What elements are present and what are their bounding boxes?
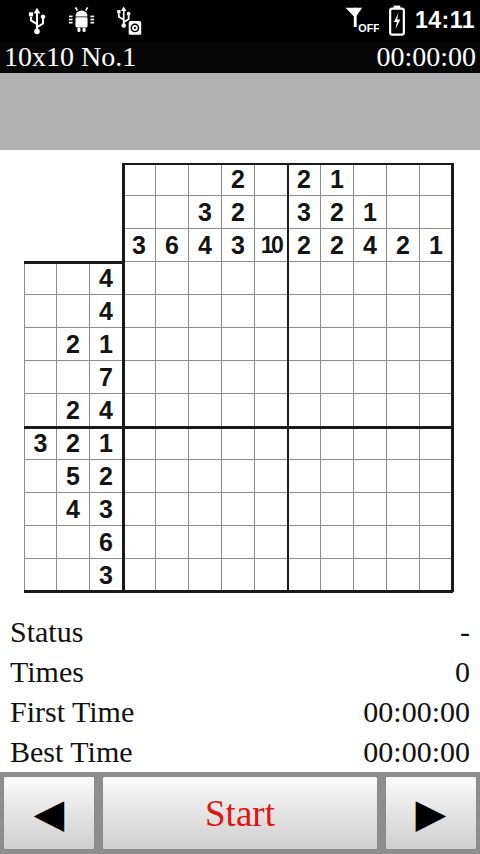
col-clue-cell xyxy=(420,196,453,229)
board-cell[interactable] xyxy=(189,427,222,460)
board-cell[interactable] xyxy=(222,427,255,460)
board-cell[interactable] xyxy=(123,493,156,526)
app-screen: OFF 14:11 10x10 No.1 00:00:00 2213232136… xyxy=(0,0,480,854)
col-clue-cell: 2 xyxy=(222,196,255,229)
board-cell[interactable] xyxy=(255,460,288,493)
board-cell[interactable] xyxy=(387,559,420,592)
board-cell[interactable] xyxy=(387,328,420,361)
board-cell[interactable] xyxy=(222,559,255,592)
status-bar: OFF 14:11 xyxy=(0,0,480,41)
board-cell[interactable] xyxy=(156,493,189,526)
col-clue-cell: 3 xyxy=(222,229,255,262)
page-title: 10x10 No.1 xyxy=(4,41,136,73)
board-cell[interactable] xyxy=(288,394,321,427)
row-clue-cell: 4 xyxy=(90,295,123,328)
corner-cell xyxy=(57,196,90,229)
signal-off-label: OFF xyxy=(358,21,379,33)
title-bar: 10x10 No.1 00:00:00 xyxy=(0,41,480,73)
best-time-value: 00:00:00 xyxy=(363,732,470,772)
row-clue-cell xyxy=(57,361,90,394)
corner-cell xyxy=(90,229,123,262)
board-cell[interactable] xyxy=(321,493,354,526)
status-icons-right: OFF 14:11 xyxy=(343,5,475,36)
row-clue-cell xyxy=(57,526,90,559)
row-clue-cell: 4 xyxy=(90,262,123,295)
board-cell[interactable] xyxy=(321,460,354,493)
col-clue-cell xyxy=(156,163,189,196)
start-button-label: Start xyxy=(205,792,275,835)
info-panel: Status - Times 0 First Time 00:00:00 Bes… xyxy=(0,612,480,772)
row-clue-cell xyxy=(24,559,57,592)
board-cell[interactable] xyxy=(156,295,189,328)
row-clue-cell: 4 xyxy=(90,394,123,427)
col-clue-cell: 3 xyxy=(189,196,222,229)
row-clue-cell: 2 xyxy=(57,394,90,427)
board-cell[interactable] xyxy=(420,262,453,295)
board-cell[interactable] xyxy=(420,328,453,361)
corner-cell xyxy=(90,196,123,229)
col-clue-cell xyxy=(387,196,420,229)
usb-icon xyxy=(22,6,52,35)
row-clue-cell xyxy=(24,361,57,394)
board-cell[interactable] xyxy=(354,526,387,559)
board-cell[interactable] xyxy=(189,460,222,493)
board-cell[interactable] xyxy=(321,559,354,592)
row-clue-cell xyxy=(24,460,57,493)
board-cell[interactable] xyxy=(222,394,255,427)
board-cell[interactable] xyxy=(123,328,156,361)
col-clue-cell xyxy=(189,163,222,196)
nonogram-board: 22132321364310224214421724321524363 xyxy=(24,163,453,592)
board-cell[interactable] xyxy=(354,493,387,526)
first-time-value: 00:00:00 xyxy=(363,692,470,732)
board-cell[interactable] xyxy=(387,262,420,295)
row-clue-cell xyxy=(57,295,90,328)
board-cell[interactable] xyxy=(189,493,222,526)
board-cell[interactable] xyxy=(354,427,387,460)
col-clue-cell: 2 xyxy=(222,163,255,196)
next-arrow-icon: ▶ xyxy=(416,793,447,833)
row-clue-cell: 2 xyxy=(90,460,123,493)
board-cell[interactable] xyxy=(156,328,189,361)
times-row: Times 0 xyxy=(10,652,470,692)
board-cell[interactable] xyxy=(354,295,387,328)
col-clue-cell: 1 xyxy=(354,196,387,229)
row-clue-cell: 1 xyxy=(90,328,123,361)
board-cell[interactable] xyxy=(222,262,255,295)
corner-cell xyxy=(57,229,90,262)
best-time-row: Best Time 00:00:00 xyxy=(10,732,470,772)
col-clue-cell: 1 xyxy=(420,229,453,262)
col-clue-cell: 4 xyxy=(189,229,222,262)
board-cell[interactable] xyxy=(255,394,288,427)
board-cell[interactable] xyxy=(255,328,288,361)
board-cell[interactable] xyxy=(354,361,387,394)
row-clue-cell xyxy=(57,559,90,592)
row-clue-cell xyxy=(24,526,57,559)
board-cell[interactable] xyxy=(255,559,288,592)
thick-grid-line xyxy=(287,163,289,592)
board-cell[interactable] xyxy=(387,493,420,526)
board-cell[interactable] xyxy=(156,262,189,295)
corner-cell xyxy=(24,196,57,229)
board-cell[interactable] xyxy=(354,262,387,295)
board-area: 22132321364310224214421724321524363 xyxy=(0,150,480,612)
col-clue-cell: 10 xyxy=(255,229,288,262)
adb-icon xyxy=(65,6,98,35)
corner-cell xyxy=(57,163,90,196)
col-clue-cell: 4 xyxy=(354,229,387,262)
board-cell[interactable] xyxy=(288,427,321,460)
board-cell[interactable] xyxy=(123,262,156,295)
board-cell[interactable] xyxy=(354,559,387,592)
board-cell[interactable] xyxy=(387,394,420,427)
start-button[interactable]: Start xyxy=(102,776,378,850)
row-clue-cell: 3 xyxy=(24,427,57,460)
board-cell[interactable] xyxy=(222,295,255,328)
row-clue-cell: 3 xyxy=(90,493,123,526)
times-label: Times xyxy=(10,652,84,692)
board-cell[interactable] xyxy=(189,328,222,361)
row-clue-cell xyxy=(24,262,57,295)
board-cell[interactable] xyxy=(156,394,189,427)
row-clue-cell: 1 xyxy=(90,427,123,460)
row-clue-cell xyxy=(24,328,57,361)
board-cell[interactable] xyxy=(255,262,288,295)
board-cell[interactable] xyxy=(321,361,354,394)
col-clue-cell xyxy=(156,196,189,229)
prev-arrow-icon: ◀ xyxy=(34,793,65,833)
corner-cell xyxy=(24,163,57,196)
board-cell[interactable] xyxy=(123,526,156,559)
row-clue-cell xyxy=(24,493,57,526)
board-cell[interactable] xyxy=(189,559,222,592)
col-clue-cell xyxy=(420,163,453,196)
board-cell[interactable] xyxy=(420,361,453,394)
board-cell[interactable] xyxy=(222,328,255,361)
row-clue-cell: 4 xyxy=(57,493,90,526)
thick-grid-line xyxy=(24,261,123,264)
board-cell[interactable] xyxy=(420,394,453,427)
board-cell[interactable] xyxy=(123,394,156,427)
board-cell[interactable] xyxy=(288,493,321,526)
row-clue-cell xyxy=(24,394,57,427)
board-cell[interactable] xyxy=(255,526,288,559)
col-clue-cell: 2 xyxy=(321,196,354,229)
board-cell[interactable] xyxy=(420,427,453,460)
board-cell[interactable] xyxy=(156,427,189,460)
row-clue-cell: 7 xyxy=(90,361,123,394)
board-cell[interactable] xyxy=(321,262,354,295)
board-cell[interactable] xyxy=(321,394,354,427)
corner-cell xyxy=(24,229,57,262)
signal-off-icon: OFF xyxy=(343,6,379,36)
session-timer: 00:00:00 xyxy=(376,41,476,73)
thick-grid-line xyxy=(24,590,453,593)
board-cell[interactable] xyxy=(123,427,156,460)
board-cell[interactable] xyxy=(321,427,354,460)
next-puzzle-button[interactable]: ▶ xyxy=(385,776,477,850)
col-clue-cell xyxy=(123,163,156,196)
board-cell[interactable] xyxy=(123,295,156,328)
col-clue-cell: 3 xyxy=(123,229,156,262)
col-clue-cell: 2 xyxy=(288,163,321,196)
board-cell[interactable] xyxy=(321,295,354,328)
board-cell[interactable] xyxy=(288,559,321,592)
board-cell[interactable] xyxy=(420,559,453,592)
col-clue-cell: 3 xyxy=(288,196,321,229)
row-clue-cell: 6 xyxy=(90,526,123,559)
col-clue-cell: 2 xyxy=(288,229,321,262)
first-time-row: First Time 00:00:00 xyxy=(10,692,470,732)
board-cell[interactable] xyxy=(420,526,453,559)
board-cell[interactable] xyxy=(123,361,156,394)
times-value: 0 xyxy=(455,652,470,692)
status-label: Status xyxy=(10,612,83,652)
status-icons-left xyxy=(22,5,144,36)
first-time-label: First Time xyxy=(10,692,134,732)
col-clue-cell xyxy=(123,196,156,229)
board-cell[interactable] xyxy=(387,361,420,394)
row-clue-cell: 5 xyxy=(57,460,90,493)
board-cell[interactable] xyxy=(189,262,222,295)
board-cell[interactable] xyxy=(288,526,321,559)
board-cell[interactable] xyxy=(255,361,288,394)
corner-cell xyxy=(90,163,123,196)
control-bar: ◀ Start ▶ xyxy=(0,772,480,854)
col-clue-cell: 1 xyxy=(321,163,354,196)
board-cell[interactable] xyxy=(321,526,354,559)
board-cell[interactable] xyxy=(222,526,255,559)
col-clue-cell xyxy=(255,163,288,196)
clock: 14:11 xyxy=(415,7,475,34)
col-clue-cell xyxy=(354,163,387,196)
board-cell[interactable] xyxy=(420,295,453,328)
board-cell[interactable] xyxy=(222,460,255,493)
col-clue-cell: 6 xyxy=(156,229,189,262)
board-cell[interactable] xyxy=(156,361,189,394)
board-cell[interactable] xyxy=(189,295,222,328)
board-cell[interactable] xyxy=(189,394,222,427)
board-cell[interactable] xyxy=(420,493,453,526)
board-cell[interactable] xyxy=(123,460,156,493)
usb-storage-icon xyxy=(111,5,144,36)
board-cell[interactable] xyxy=(387,526,420,559)
col-clue-cell xyxy=(387,163,420,196)
best-time-label: Best Time xyxy=(10,732,133,772)
board-cell[interactable] xyxy=(189,361,222,394)
banner-area xyxy=(0,73,480,150)
board-cell[interactable] xyxy=(156,460,189,493)
status-row: Status - xyxy=(10,612,470,652)
board-cell[interactable] xyxy=(255,493,288,526)
row-clue-cell xyxy=(24,295,57,328)
row-clue-cell xyxy=(57,262,90,295)
col-clue-cell: 2 xyxy=(321,229,354,262)
board-cell[interactable] xyxy=(288,295,321,328)
board-cell[interactable] xyxy=(420,460,453,493)
board-cell[interactable] xyxy=(222,361,255,394)
thick-grid-line xyxy=(122,163,125,592)
board-cell[interactable] xyxy=(288,328,321,361)
board-cell[interactable] xyxy=(123,559,156,592)
board-cell[interactable] xyxy=(189,526,222,559)
board-cell[interactable] xyxy=(387,295,420,328)
board-cell[interactable] xyxy=(222,493,255,526)
board-cell[interactable] xyxy=(156,559,189,592)
board-cell[interactable] xyxy=(255,295,288,328)
board-cell[interactable] xyxy=(387,460,420,493)
prev-puzzle-button[interactable]: ◀ xyxy=(3,776,95,850)
board-cell[interactable] xyxy=(288,460,321,493)
col-clue-cell xyxy=(255,196,288,229)
status-value: - xyxy=(460,612,470,652)
board-cell[interactable] xyxy=(354,328,387,361)
board-cell[interactable] xyxy=(255,427,288,460)
board-cell[interactable] xyxy=(354,460,387,493)
board-cell[interactable] xyxy=(354,394,387,427)
row-clue-cell: 2 xyxy=(57,328,90,361)
battery-charging-icon xyxy=(388,5,406,36)
thick-grid-line xyxy=(24,426,453,429)
board-cell[interactable] xyxy=(387,427,420,460)
row-clue-cell: 2 xyxy=(57,427,90,460)
board-cell[interactable] xyxy=(321,328,354,361)
thick-grid-line xyxy=(451,163,454,592)
row-clue-cell: 3 xyxy=(90,559,123,592)
board-cell[interactable] xyxy=(288,262,321,295)
board-cell[interactable] xyxy=(156,526,189,559)
col-clue-cell: 2 xyxy=(387,229,420,262)
board-cell[interactable] xyxy=(288,361,321,394)
